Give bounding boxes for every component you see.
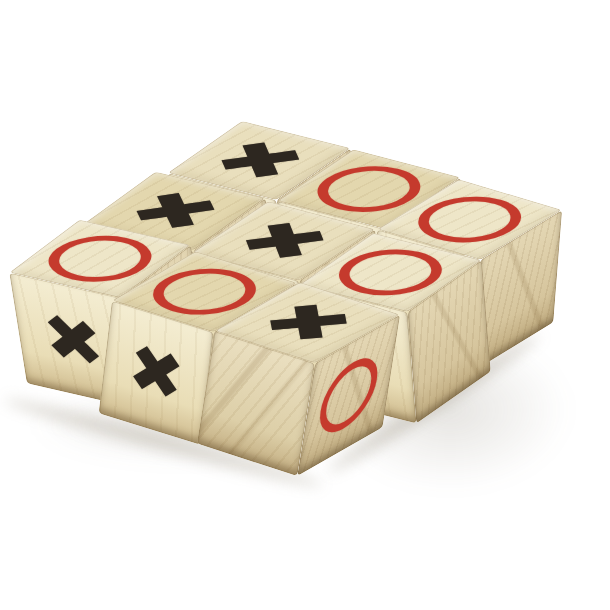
tic-tac-toe-board: ✖✖✖✖✖✖ [6,122,558,362]
product-photo-scene: ✖✖✖✖✖✖ [0,0,610,610]
o-ring [315,346,382,445]
